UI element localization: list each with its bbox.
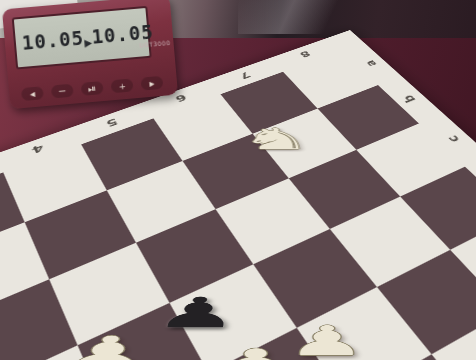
photo-frame: ♞♟♟♝♞♟♟♟♚♜ 12345678aabbccddeeffgghh 10.0… — [0, 0, 476, 360]
clock-back-button[interactable]: ◂ — [21, 86, 44, 101]
clock-plus-button[interactable]: ＋ — [111, 78, 134, 93]
white-pawn-icon: ♟ — [0, 244, 13, 285]
clock-minus-button[interactable]: − — [51, 84, 74, 99]
dgt-game-clock: 10.05 ▶ 10.05 DGT3000 ◂ − ⏯ ＋ ▸ — [2, 0, 178, 109]
light-reflection — [238, 0, 348, 34]
clock-forward-button[interactable]: ▸ — [140, 76, 163, 91]
white-pawn-icon: ♟ — [49, 332, 161, 360]
white-knight-icon: ♞ — [236, 125, 315, 153]
clock-left-time: 10.05 — [21, 27, 85, 54]
clock-playpause-button[interactable]: ⏯ — [81, 81, 104, 96]
